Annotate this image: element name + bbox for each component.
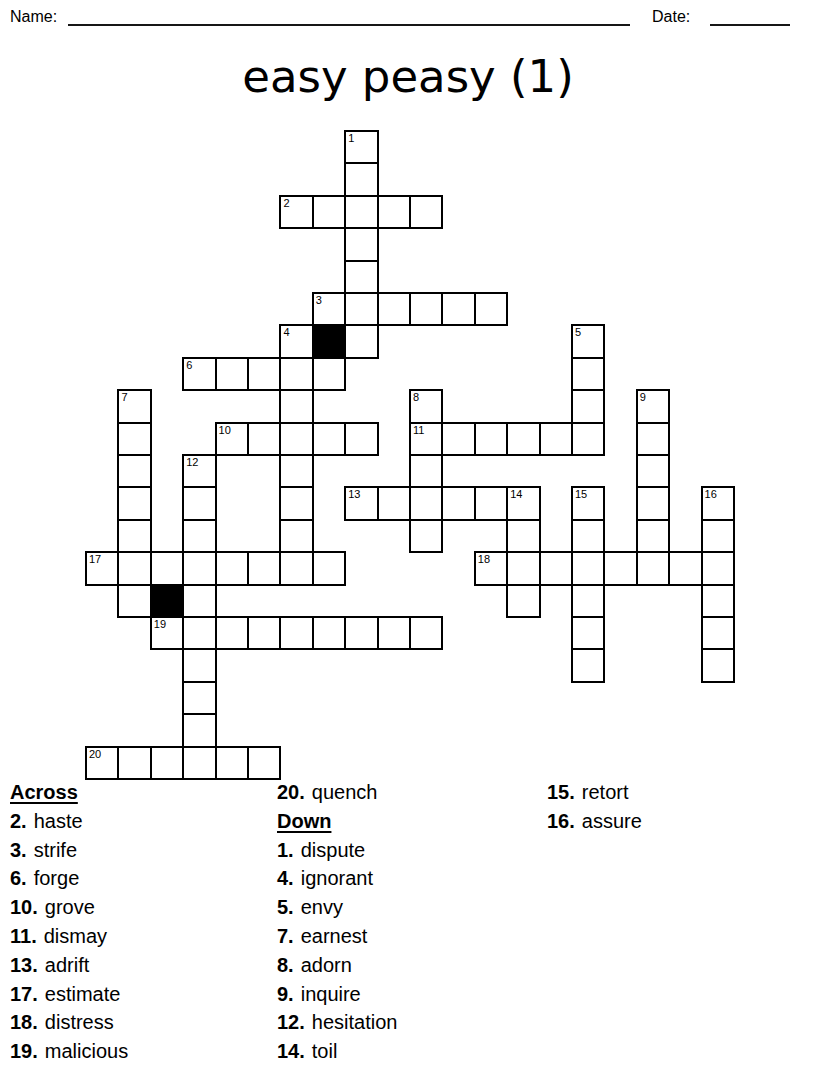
grid-cell-r14c15[interactable] xyxy=(571,584,605,618)
grid-cell-r10c6[interactable] xyxy=(279,454,313,488)
grid-cell-r12c3[interactable] xyxy=(182,519,216,553)
clues-across-header: Across xyxy=(10,781,78,803)
clue-item-7: 7.earnest xyxy=(277,924,397,953)
clue-item-number: 9. xyxy=(277,983,294,1005)
grid-cell-r8c15[interactable] xyxy=(571,389,605,423)
grid-cell-r3c8[interactable] xyxy=(344,227,378,261)
grid-cell-r9c1[interactable] xyxy=(117,422,151,456)
clue-number-14: 14 xyxy=(510,488,522,501)
grid-cell-r11c17[interactable] xyxy=(636,486,670,520)
clue-column-2: 20.quenchDown1.dispute4.ignorant5.envy7.… xyxy=(277,780,397,1068)
grid-cell-r9c17[interactable] xyxy=(636,422,670,456)
clue-item-number: 6. xyxy=(10,867,27,889)
clue-number-4: 4 xyxy=(283,326,289,339)
grid-cell-r15c10[interactable] xyxy=(409,616,443,650)
black-cell-r6c7 xyxy=(312,324,346,358)
clue-item-word: strife xyxy=(34,839,77,861)
clue-number-16: 16 xyxy=(705,488,717,501)
grid-cell-r11c1[interactable] xyxy=(117,486,151,520)
grid-cell-r12c17[interactable] xyxy=(636,519,670,553)
clue-item-number: 7. xyxy=(277,925,294,947)
clue-number-17: 17 xyxy=(89,553,101,566)
grid-cell-r15c19[interactable] xyxy=(701,616,735,650)
grid-cell-r11c13[interactable]: 14 xyxy=(506,486,540,520)
grid-cell-r8c6[interactable] xyxy=(279,389,313,423)
clue-item-15: 15.retort xyxy=(547,780,642,809)
clue-item-2: 2.haste xyxy=(10,809,128,838)
clue-number-10: 10 xyxy=(219,424,231,437)
grid-cell-r12c13[interactable] xyxy=(506,519,540,553)
clue-item-14: 14.toil xyxy=(277,1039,397,1068)
clue-item-word: hesitation xyxy=(312,1011,398,1033)
clue-number-12: 12 xyxy=(186,456,198,469)
grid-cell-r15c15[interactable] xyxy=(571,616,605,650)
clue-item-number: 18. xyxy=(10,1011,38,1033)
clue-item-word: estimate xyxy=(45,983,121,1005)
grid-cell-r13c15[interactable] xyxy=(571,551,605,585)
grid-cell-r15c4[interactable] xyxy=(215,616,249,650)
grid-cell-r7c7[interactable] xyxy=(312,357,346,391)
grid-cell-r13c4[interactable] xyxy=(215,551,249,585)
grid-cell-r9c10[interactable]: 11 xyxy=(409,422,443,456)
grid-cell-r7c3[interactable]: 6 xyxy=(182,357,216,391)
clue-item-5: 5.envy xyxy=(277,895,397,924)
clue-number-2: 2 xyxy=(283,197,289,210)
clue-item-19: 19.malicious xyxy=(10,1039,128,1068)
clue-item-word: adrift xyxy=(45,954,89,976)
grid-cell-r8c1[interactable]: 7 xyxy=(117,389,151,423)
clue-number-9: 9 xyxy=(640,391,646,404)
grid-cell-r9c5[interactable] xyxy=(247,422,281,456)
grid-cell-r13c1[interactable] xyxy=(117,551,151,585)
crossword-grid: 1234567891011121314151617181920 xyxy=(85,130,736,781)
grid-cell-r13c3[interactable] xyxy=(182,551,216,585)
clue-item-word: retort xyxy=(582,781,629,803)
clue-item-word: adorn xyxy=(301,954,352,976)
grid-cell-r7c6[interactable] xyxy=(279,357,313,391)
grid-cell-r11c9[interactable] xyxy=(377,486,411,520)
clue-item-word: malicious xyxy=(45,1040,128,1062)
grid-cell-r16c3[interactable] xyxy=(182,648,216,682)
grid-cell-r9c12[interactable] xyxy=(474,422,508,456)
puzzle-title: easy peasy (1) xyxy=(0,50,816,104)
clue-item-word: distress xyxy=(45,1011,114,1033)
clue-number-19: 19 xyxy=(154,618,166,631)
grid-cell-r11c12[interactable] xyxy=(474,486,508,520)
grid-cell-r15c3[interactable] xyxy=(182,616,216,650)
clue-item-number: 2. xyxy=(10,810,27,832)
grid-cell-r14c19[interactable] xyxy=(701,584,735,618)
grid-cell-r13c5[interactable] xyxy=(247,551,281,585)
grid-cell-r6c6[interactable]: 4 xyxy=(279,324,313,358)
grid-cell-r8c17[interactable]: 9 xyxy=(636,389,670,423)
clue-number-3: 3 xyxy=(316,294,322,307)
grid-cell-r2c10[interactable] xyxy=(409,195,443,229)
clue-item-number: 20. xyxy=(277,781,305,803)
clue-item-number: 19. xyxy=(10,1040,38,1062)
clue-number-6: 6 xyxy=(186,359,192,372)
clue-item-word: grove xyxy=(45,896,95,918)
grid-cell-r14c1[interactable] xyxy=(117,584,151,618)
clue-number-5: 5 xyxy=(575,326,581,339)
grid-cell-r11c6[interactable] xyxy=(279,486,313,520)
grid-cell-r13c17[interactable] xyxy=(636,551,670,585)
clue-header-line: Down xyxy=(277,809,397,838)
date-blank-line[interactable] xyxy=(710,24,790,26)
clue-number-8: 8 xyxy=(413,391,419,404)
clue-column-3: 15.retort16.assure xyxy=(547,780,642,838)
grid-cell-r9c11[interactable] xyxy=(441,422,475,456)
grid-cell-r6c15[interactable]: 5 xyxy=(571,324,605,358)
grid-cell-r1c8[interactable] xyxy=(344,162,378,196)
name-label: Name: xyxy=(10,7,57,27)
grid-cell-r15c5[interactable] xyxy=(247,616,281,650)
clue-item-number: 11. xyxy=(10,925,37,947)
clues-down-header: Down xyxy=(277,810,331,832)
grid-cell-r13c7[interactable] xyxy=(312,551,346,585)
grid-cell-r11c19[interactable]: 16 xyxy=(701,486,735,520)
clue-item-word: inquire xyxy=(301,983,361,1005)
grid-cell-r13c18[interactable] xyxy=(668,551,702,585)
grid-cell-r14c3[interactable] xyxy=(182,584,216,618)
grid-cell-r11c15[interactable]: 15 xyxy=(571,486,605,520)
grid-cell-r2c6[interactable]: 2 xyxy=(279,195,313,229)
grid-cell-r2c7[interactable] xyxy=(312,195,346,229)
clue-item-word: envy xyxy=(301,896,343,918)
clue-item-4: 4.ignorant xyxy=(277,866,397,895)
grid-cell-r16c15[interactable] xyxy=(571,648,605,682)
clue-item-16: 16.assure xyxy=(547,809,642,838)
grid-cell-r14c13[interactable] xyxy=(506,584,540,618)
grid-cell-r15c2[interactable]: 19 xyxy=(150,616,184,650)
grid-cell-r13c2[interactable] xyxy=(150,551,184,585)
crossword-worksheet: Name: Date: easy peasy (1) 1234567891011… xyxy=(0,0,816,1083)
grid-cell-r13c0[interactable]: 17 xyxy=(85,551,119,585)
date-label: Date: xyxy=(652,7,690,27)
grid-cell-r9c14[interactable] xyxy=(539,422,573,456)
clue-item-word: dispute xyxy=(301,839,366,861)
clue-item-number: 16. xyxy=(547,810,575,832)
grid-cell-r9c13[interactable] xyxy=(506,422,540,456)
grid-cell-r13c14[interactable] xyxy=(539,551,573,585)
grid-cell-r15c9[interactable] xyxy=(377,616,411,650)
grid-cell-r11c3[interactable] xyxy=(182,486,216,520)
clue-number-13: 13 xyxy=(348,488,360,501)
clue-item-word: quench xyxy=(312,781,378,803)
clue-item-3: 3.strife xyxy=(10,838,128,867)
grid-cell-r13c6[interactable] xyxy=(279,551,313,585)
grid-cell-r13c16[interactable] xyxy=(603,551,637,585)
clue-number-7: 7 xyxy=(121,391,127,404)
grid-cell-r19c0[interactable]: 20 xyxy=(85,746,119,780)
grid-cell-r9c7[interactable] xyxy=(312,422,346,456)
clue-header-line: Across xyxy=(10,780,128,809)
grid-cell-r12c6[interactable] xyxy=(279,519,313,553)
clue-column-1: Across2.haste3.strife6.forge10.grove11.d… xyxy=(10,780,128,1068)
grid-cell-r19c3[interactable] xyxy=(182,746,216,780)
grid-cell-r19c2[interactable] xyxy=(150,746,184,780)
clue-item-number: 4. xyxy=(277,867,294,889)
black-cell-r14c2 xyxy=(150,584,184,618)
clue-item-number: 17. xyxy=(10,983,38,1005)
clue-item-word: ignorant xyxy=(301,867,373,889)
clue-number-18: 18 xyxy=(478,553,490,566)
grid-cell-r10c3[interactable]: 12 xyxy=(182,454,216,488)
clue-item-number: 13. xyxy=(10,954,38,976)
grid-cell-r15c6[interactable] xyxy=(279,616,313,650)
clue-item-number: 1. xyxy=(277,839,294,861)
clue-item-11: 11.dismay xyxy=(10,924,128,953)
grid-cell-r6c8[interactable] xyxy=(344,324,378,358)
grid-cell-r9c4[interactable]: 10 xyxy=(215,422,249,456)
clue-item-number: 14. xyxy=(277,1040,305,1062)
grid-cell-r4c8[interactable] xyxy=(344,260,378,294)
grid-cell-r10c1[interactable] xyxy=(117,454,151,488)
grid-cell-r13c12[interactable]: 18 xyxy=(474,551,508,585)
grid-cell-r13c19[interactable] xyxy=(701,551,735,585)
clue-item-word: dismay xyxy=(44,925,107,947)
clue-number-20: 20 xyxy=(89,748,101,761)
clue-number-11: 11 xyxy=(413,424,424,437)
grid-cell-r19c4[interactable] xyxy=(215,746,249,780)
clue-item-6: 6.forge xyxy=(10,866,128,895)
grid-cell-r5c9[interactable] xyxy=(377,292,411,326)
clue-item-number: 12. xyxy=(277,1011,305,1033)
grid-cell-r12c10[interactable] xyxy=(409,519,443,553)
grid-cell-r13c13[interactable] xyxy=(506,551,540,585)
grid-cell-r7c5[interactable] xyxy=(247,357,281,391)
clue-item-word: assure xyxy=(582,810,642,832)
clue-item-number: 3. xyxy=(10,839,27,861)
clue-item-number: 15. xyxy=(547,781,575,803)
clue-item-17: 17.estimate xyxy=(10,982,128,1011)
grid-cell-r12c15[interactable] xyxy=(571,519,605,553)
grid-cell-r19c5[interactable] xyxy=(247,746,281,780)
clue-number-1: 1 xyxy=(348,132,354,145)
grid-cell-r0c8[interactable]: 1 xyxy=(344,130,378,164)
grid-cell-r5c11[interactable] xyxy=(441,292,475,326)
name-blank-line[interactable] xyxy=(68,24,630,26)
grid-cell-r7c15[interactable] xyxy=(571,357,605,391)
clue-item-word: toil xyxy=(312,1040,338,1062)
clue-item-number: 5. xyxy=(277,896,294,918)
grid-cell-r2c8[interactable] xyxy=(344,195,378,229)
grid-cell-r9c15[interactable] xyxy=(571,422,605,456)
grid-cell-r5c8[interactable] xyxy=(344,292,378,326)
clue-item-number: 8. xyxy=(277,954,294,976)
grid-cell-r5c7[interactable]: 3 xyxy=(312,292,346,326)
clue-number-15: 15 xyxy=(575,488,587,501)
grid-cell-r19c1[interactable] xyxy=(117,746,151,780)
clue-item-13: 13.adrift xyxy=(10,953,128,982)
grid-cell-r17c3[interactable] xyxy=(182,681,216,715)
clue-item-20: 20.quench xyxy=(277,780,397,809)
grid-cell-r16c19[interactable] xyxy=(701,648,735,682)
grid-cell-r12c1[interactable] xyxy=(117,519,151,553)
grid-cell-r18c3[interactable] xyxy=(182,713,216,747)
grid-cell-r15c7[interactable] xyxy=(312,616,346,650)
grid-cell-r5c12[interactable] xyxy=(474,292,508,326)
grid-cell-r2c9[interactable] xyxy=(377,195,411,229)
grid-cell-r7c4[interactable] xyxy=(215,357,249,391)
clue-item-word: haste xyxy=(34,810,83,832)
grid-cell-r10c17[interactable] xyxy=(636,454,670,488)
clue-item-10: 10.grove xyxy=(10,895,128,924)
grid-cell-r9c6[interactable] xyxy=(279,422,313,456)
grid-cell-r11c11[interactable] xyxy=(441,486,475,520)
clue-item-word: earnest xyxy=(301,925,368,947)
clue-item-word: forge xyxy=(34,867,80,889)
grid-cell-r9c8[interactable] xyxy=(344,422,378,456)
clue-item-number: 10. xyxy=(10,896,38,918)
clue-item-1: 1.dispute xyxy=(277,838,397,867)
grid-cell-r8c10[interactable]: 8 xyxy=(409,389,443,423)
grid-cell-r12c19[interactable] xyxy=(701,519,735,553)
clue-item-8: 8.adorn xyxy=(277,953,397,982)
clue-item-18: 18.distress xyxy=(10,1010,128,1039)
grid-cell-r5c10[interactable] xyxy=(409,292,443,326)
grid-cell-r10c10[interactable] xyxy=(409,454,443,488)
grid-cell-r11c8[interactable]: 13 xyxy=(344,486,378,520)
grid-cell-r15c8[interactable] xyxy=(344,616,378,650)
clue-item-9: 9.inquire xyxy=(277,982,397,1011)
clue-item-12: 12.hesitation xyxy=(277,1010,397,1039)
grid-cell-r11c10[interactable] xyxy=(409,486,443,520)
